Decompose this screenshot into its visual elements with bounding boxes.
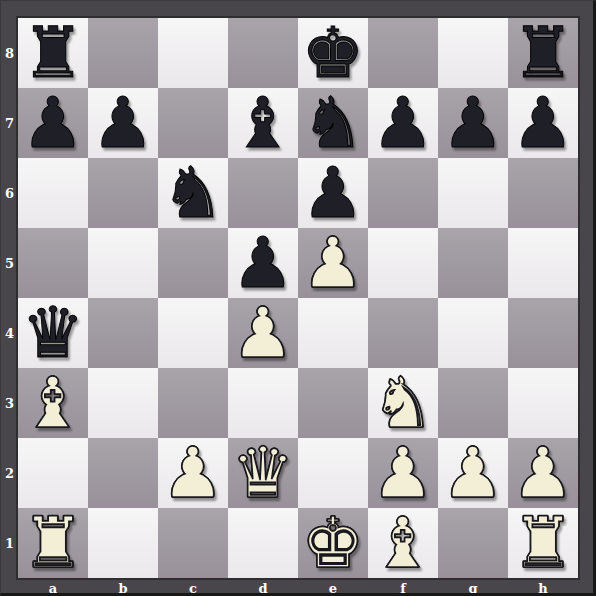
square-c7[interactable]: [158, 88, 228, 158]
black-rook-icon: ♜: [512, 18, 575, 88]
black-pawn-icon: ♟: [22, 88, 85, 158]
square-d1[interactable]: [228, 508, 298, 578]
square-g7[interactable]: ♟: [438, 88, 508, 158]
square-g8[interactable]: [438, 18, 508, 88]
square-a4[interactable]: ♛: [18, 298, 88, 368]
square-a1[interactable]: ♜: [18, 508, 88, 578]
white-pawn-icon: ♟: [512, 438, 575, 508]
square-b5[interactable]: [88, 228, 158, 298]
black-knight-icon: ♞: [302, 88, 365, 158]
black-pawn-icon: ♟: [92, 88, 155, 158]
black-pawn-icon: ♟: [302, 158, 365, 228]
square-c6[interactable]: ♞: [158, 158, 228, 228]
square-e7[interactable]: ♞: [298, 88, 368, 158]
black-pawn-icon: ♟: [232, 228, 295, 298]
rank-label-1: 1: [1, 508, 18, 578]
black-pawn-icon: ♟: [372, 88, 435, 158]
rank-label-4: 4: [1, 298, 18, 368]
square-f7[interactable]: ♟: [368, 88, 438, 158]
square-e3[interactable]: [298, 368, 368, 438]
square-b6[interactable]: [88, 158, 158, 228]
black-rook-icon: ♜: [22, 18, 85, 88]
rank-label-3: 3: [1, 368, 18, 438]
square-a3[interactable]: ♝: [18, 368, 88, 438]
square-g4[interactable]: [438, 298, 508, 368]
square-c4[interactable]: [158, 298, 228, 368]
square-a2[interactable]: [18, 438, 88, 508]
file-label-c: c: [158, 580, 228, 596]
file-label-g: g: [438, 580, 508, 596]
square-h8[interactable]: ♜: [508, 18, 578, 88]
square-d4[interactable]: ♟: [228, 298, 298, 368]
white-queen-icon: ♛: [232, 438, 295, 508]
black-queen-icon: ♛: [22, 298, 85, 368]
square-c3[interactable]: [158, 368, 228, 438]
chess-board-frame: 87654321 abcdefgh ♜♚♜♟♟♝♞♟♟♟♞♟♟♟♛♟♝♞♟♛♟♟…: [0, 0, 596, 596]
white-pawn-icon: ♟: [302, 228, 365, 298]
square-b2[interactable]: [88, 438, 158, 508]
rank-label-7: 7: [1, 88, 18, 158]
black-bishop-icon: ♝: [232, 88, 295, 158]
square-a8[interactable]: ♜: [18, 18, 88, 88]
square-g5[interactable]: [438, 228, 508, 298]
square-b4[interactable]: [88, 298, 158, 368]
square-f5[interactable]: [368, 228, 438, 298]
white-king-icon: ♚: [302, 508, 365, 578]
square-g3[interactable]: [438, 368, 508, 438]
rank-label-6: 6: [1, 158, 18, 228]
black-pawn-icon: ♟: [442, 88, 505, 158]
square-d2[interactable]: ♛: [228, 438, 298, 508]
square-c1[interactable]: [158, 508, 228, 578]
square-a6[interactable]: [18, 158, 88, 228]
square-f4[interactable]: [368, 298, 438, 368]
square-a5[interactable]: [18, 228, 88, 298]
square-f1[interactable]: ♝: [368, 508, 438, 578]
square-e6[interactable]: ♟: [298, 158, 368, 228]
square-e2[interactable]: [298, 438, 368, 508]
square-g1[interactable]: [438, 508, 508, 578]
square-h2[interactable]: ♟: [508, 438, 578, 508]
rank-label-5: 5: [1, 228, 18, 298]
square-e1[interactable]: ♚: [298, 508, 368, 578]
square-c5[interactable]: [158, 228, 228, 298]
square-d5[interactable]: ♟: [228, 228, 298, 298]
square-f3[interactable]: ♞: [368, 368, 438, 438]
white-pawn-icon: ♟: [232, 298, 295, 368]
white-pawn-icon: ♟: [162, 438, 225, 508]
black-pawn-icon: ♟: [512, 88, 575, 158]
file-labels: abcdefgh: [18, 580, 578, 596]
square-h5[interactable]: [508, 228, 578, 298]
square-g6[interactable]: [438, 158, 508, 228]
square-h1[interactable]: ♜: [508, 508, 578, 578]
white-knight-icon: ♞: [372, 368, 435, 438]
file-label-d: d: [228, 580, 298, 596]
square-f6[interactable]: [368, 158, 438, 228]
square-f2[interactable]: ♟: [368, 438, 438, 508]
square-d7[interactable]: ♝: [228, 88, 298, 158]
square-e5[interactable]: ♟: [298, 228, 368, 298]
square-d8[interactable]: [228, 18, 298, 88]
square-h3[interactable]: [508, 368, 578, 438]
white-bishop-icon: ♝: [22, 368, 85, 438]
black-knight-icon: ♞: [162, 158, 225, 228]
square-a7[interactable]: ♟: [18, 88, 88, 158]
square-c2[interactable]: ♟: [158, 438, 228, 508]
square-h6[interactable]: [508, 158, 578, 228]
square-d6[interactable]: [228, 158, 298, 228]
square-e4[interactable]: [298, 298, 368, 368]
white-pawn-icon: ♟: [372, 438, 435, 508]
white-bishop-icon: ♝: [372, 508, 435, 578]
file-label-b: b: [88, 580, 158, 596]
square-g2[interactable]: ♟: [438, 438, 508, 508]
white-rook-icon: ♜: [22, 508, 85, 578]
rank-label-2: 2: [1, 438, 18, 508]
chess-board: ♜♚♜♟♟♝♞♟♟♟♞♟♟♟♛♟♝♞♟♛♟♟♟♜♚♝♜: [18, 18, 578, 578]
square-h7[interactable]: ♟: [508, 88, 578, 158]
white-rook-icon: ♜: [512, 508, 575, 578]
square-b8[interactable]: [88, 18, 158, 88]
square-e8[interactable]: ♚: [298, 18, 368, 88]
square-b7[interactable]: ♟: [88, 88, 158, 158]
square-b3[interactable]: [88, 368, 158, 438]
rank-label-8: 8: [1, 18, 18, 88]
white-pawn-icon: ♟: [442, 438, 505, 508]
square-f8[interactable]: [368, 18, 438, 88]
square-b1[interactable]: [88, 508, 158, 578]
square-h4[interactable]: [508, 298, 578, 368]
black-king-icon: ♚: [302, 18, 365, 88]
square-c8[interactable]: [158, 18, 228, 88]
rank-labels: 87654321: [1, 18, 18, 578]
square-d3[interactable]: [228, 368, 298, 438]
